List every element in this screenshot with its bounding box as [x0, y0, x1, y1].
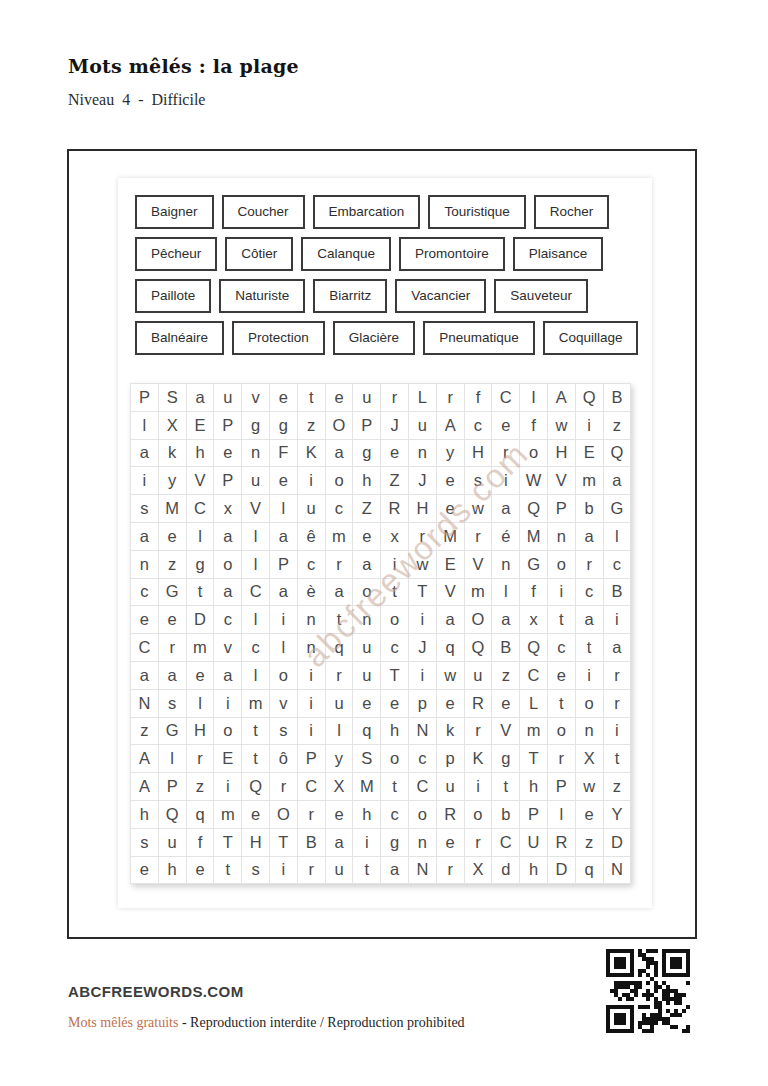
grid-cell: R [437, 801, 464, 828]
grid-cell: J [409, 634, 436, 661]
grid-cell: f [465, 384, 492, 411]
grid-cell: H [187, 718, 214, 745]
grid-cell: o [381, 606, 408, 633]
grid-cell: l [326, 718, 353, 745]
grid-cell: a [326, 440, 353, 467]
grid-cell: z [492, 662, 519, 689]
grid-cell: m [242, 690, 269, 717]
grid-cell: G [520, 551, 547, 578]
grid-cell: P [214, 467, 241, 494]
grid-cell: h [520, 773, 547, 800]
grid-cell: g [353, 440, 380, 467]
word-chip: Calanque [301, 237, 391, 271]
grid-cell: U [520, 829, 547, 856]
grid-cell: a [437, 606, 464, 633]
letter-grid: PSauveteurLrfCIAQBlXEPggzOPJuAcefwizakhe… [130, 383, 631, 884]
grid-cell: l [270, 634, 297, 661]
tagline: Mots mêlés gratuits [68, 1015, 178, 1030]
grid-cell: e [326, 384, 353, 411]
grid-cell: c [465, 412, 492, 439]
grid-cell: P [270, 551, 297, 578]
grid-cell: H [409, 495, 436, 522]
grid-cell: c [381, 634, 408, 661]
grid-cell: q [187, 801, 214, 828]
grid-cell: n [409, 829, 436, 856]
grid-cell: r [548, 745, 575, 772]
word-list: BaignerCoucherEmbarcationTouristiqueRoch… [135, 195, 675, 363]
grid-cell: c [381, 801, 408, 828]
grid-cell: s [242, 857, 269, 884]
grid-cell: v [270, 690, 297, 717]
grid-cell: i [409, 662, 436, 689]
grid-cell: h [381, 718, 408, 745]
grid-cell: e [131, 857, 158, 884]
word-chip: Vacancier [395, 279, 486, 313]
grid-cell: r [159, 634, 186, 661]
difficulty-level: Niveau 4 - Difficile [68, 91, 205, 109]
grid-cell: u [326, 690, 353, 717]
grid-cell: l [270, 495, 297, 522]
grid-cell: z [131, 718, 158, 745]
grid-cell: h [353, 467, 380, 494]
grid-cell: n [548, 523, 575, 550]
grid-cell: F [270, 440, 297, 467]
grid-cell: r [604, 690, 631, 717]
grid-cell: A [131, 773, 158, 800]
grid-cell: m [576, 467, 603, 494]
grid-cell: G [604, 495, 631, 522]
grid-cell: t [298, 384, 325, 411]
grid-cell: B [298, 829, 325, 856]
grid-cell: t [326, 606, 353, 633]
grid-cell: o [326, 467, 353, 494]
grid-cell: l [492, 579, 519, 606]
grid-cell: a [353, 551, 380, 578]
grid-cell: t [187, 579, 214, 606]
grid-cell: E [187, 412, 214, 439]
grid-cell: w [437, 662, 464, 689]
grid-cell: E [437, 551, 464, 578]
word-chip: Rocher [534, 195, 610, 229]
grid-cell: e [270, 467, 297, 494]
grid-cell: n [242, 440, 269, 467]
grid-cell: y [437, 440, 464, 467]
grid-cell: h [353, 801, 380, 828]
grid-cell: Z [353, 495, 380, 522]
grid-cell: a [214, 579, 241, 606]
grid-cell: T [270, 829, 297, 856]
grid-cell: z [298, 412, 325, 439]
grid-cell: P [548, 773, 575, 800]
grid-cell: a [131, 523, 158, 550]
grid-cell: u [353, 634, 380, 661]
grid-cell: t [214, 857, 241, 884]
grid-cell: r [298, 857, 325, 884]
grid-cell: c [604, 551, 631, 578]
grid-cell: K [298, 440, 325, 467]
grid-cell: a [492, 606, 519, 633]
grid-cell: C [520, 662, 547, 689]
grid-cell: A [548, 384, 575, 411]
grid-cell: p [409, 690, 436, 717]
grid-cell: s [465, 467, 492, 494]
grid-cell: a [604, 467, 631, 494]
grid-cell: m [465, 579, 492, 606]
grid-cell: Q [465, 634, 492, 661]
grid-cell: t [242, 745, 269, 772]
grid-cell: I [520, 384, 547, 411]
grid-cell: a [131, 662, 158, 689]
word-chip: Embarcation [313, 195, 421, 229]
grid-cell: f [520, 579, 547, 606]
grid-cell: a [214, 662, 241, 689]
word-chip: Touristique [428, 195, 525, 229]
grid-cell: c [548, 634, 575, 661]
grid-cell: i [576, 412, 603, 439]
puzzle-frame: BaignerCoucherEmbarcationTouristiqueRoch… [67, 149, 697, 939]
word-chip: Côtier [225, 237, 293, 271]
qr-code [606, 949, 690, 1033]
grid-cell: b [576, 495, 603, 522]
grid-cell: t [604, 745, 631, 772]
grid-cell: t [381, 773, 408, 800]
grid-cell: a [576, 523, 603, 550]
grid-cell: h [187, 440, 214, 467]
grid-cell: K [465, 745, 492, 772]
grid-cell: S [159, 384, 186, 411]
grid-cell: Q [159, 801, 186, 828]
grid-cell: m [326, 523, 353, 550]
grid-cell: O [465, 606, 492, 633]
grid-cell: G [159, 579, 186, 606]
grid-cell: E [214, 745, 241, 772]
grid-cell: i [270, 606, 297, 633]
grid-cell: s [131, 829, 158, 856]
grid-cell: g [187, 551, 214, 578]
grid-cell: P [131, 384, 158, 411]
grid-cell: M [437, 523, 464, 550]
grid-cell: i [604, 606, 631, 633]
grid-cell: c [214, 606, 241, 633]
grid-cell: z [604, 412, 631, 439]
grid-cell: l [131, 412, 158, 439]
grid-cell: X [326, 773, 353, 800]
grid-cell: r [604, 662, 631, 689]
grid-cell: q [437, 634, 464, 661]
grid-cell: P [298, 745, 325, 772]
grid-cell: e [492, 412, 519, 439]
grid-cell: r [409, 523, 436, 550]
grid-cell: J [409, 467, 436, 494]
grid-cell: n [353, 606, 380, 633]
grid-cell: T [381, 662, 408, 689]
grid-cell: C [298, 773, 325, 800]
grid-cell: A [131, 745, 158, 772]
grid-cell: e [270, 384, 297, 411]
grid-cell: C [409, 773, 436, 800]
grid-cell: a [131, 440, 158, 467]
grid-cell: r [437, 857, 464, 884]
grid-cell: s [270, 718, 297, 745]
grid-cell: s [131, 495, 158, 522]
grid-cell: r [492, 440, 519, 467]
page-title: Mots mêlés : la plage [68, 55, 299, 77]
grid-cell: e [353, 523, 380, 550]
grid-cell: t [353, 857, 380, 884]
grid-cell: e [131, 606, 158, 633]
grid-cell: P [353, 412, 380, 439]
grid-cell: n [298, 634, 325, 661]
grid-cell: c [326, 495, 353, 522]
word-row: BaignerCoucherEmbarcationTouristiqueRoch… [135, 195, 675, 229]
site-brand: ABCFREEWORDS.COM [68, 983, 244, 1000]
grid-cell: T [214, 829, 241, 856]
grid-cell: M [520, 523, 547, 550]
grid-cell: i [409, 606, 436, 633]
grid-cell: l [242, 523, 269, 550]
grid-cell: a [214, 523, 241, 550]
grid-cell: N [131, 690, 158, 717]
grid-cell: Y [604, 801, 631, 828]
word-chip: Coucher [222, 195, 305, 229]
grid-cell: r [326, 662, 353, 689]
grid-cell: b [492, 801, 519, 828]
grid-cell: t [242, 718, 269, 745]
grid-cell: i [492, 467, 519, 494]
grid-cell: H [548, 440, 575, 467]
grid-cell: w [548, 412, 575, 439]
grid-cell: ô [270, 745, 297, 772]
grid-cell: g [381, 829, 408, 856]
grid-cell: n [492, 551, 519, 578]
grid-cell: Z [381, 467, 408, 494]
grid-cell: a [270, 579, 297, 606]
grid-cell: z [187, 773, 214, 800]
grid-cell: e [437, 690, 464, 717]
grid-cell: g [270, 412, 297, 439]
grid-cell: u [465, 662, 492, 689]
grid-cell: o [353, 579, 380, 606]
grid-cell: B [604, 384, 631, 411]
grid-cell: D [187, 606, 214, 633]
grid-cell: i [604, 718, 631, 745]
grid-cell: e [381, 440, 408, 467]
grid-cell: e [437, 829, 464, 856]
grid-cell: i [381, 551, 408, 578]
grid-cell: C [242, 579, 269, 606]
grid-cell: a [187, 384, 214, 411]
grid-cell: e [492, 690, 519, 717]
word-chip: Sauveteur [494, 279, 588, 313]
grid-cell: z [159, 551, 186, 578]
grid-cell: a [576, 606, 603, 633]
grid-cell: R [381, 495, 408, 522]
grid-cell: o [576, 690, 603, 717]
puzzle-page: { "game": "word-search (mots mêlés)", "t… [0, 0, 768, 1086]
grid-cell: e [187, 857, 214, 884]
grid-cell: P [520, 801, 547, 828]
grid-cell: u [437, 773, 464, 800]
grid-cell: Q [576, 384, 603, 411]
grid-cell: R [465, 690, 492, 717]
grid-cell: q [353, 718, 380, 745]
grid-cell: e [159, 523, 186, 550]
grid-cell: z [604, 773, 631, 800]
grid-cell: M [353, 773, 380, 800]
grid-cell: X [576, 745, 603, 772]
grid-cell: a [159, 662, 186, 689]
grid-cell: i [298, 718, 325, 745]
grid-cell: a [326, 579, 353, 606]
grid-cell: i [465, 773, 492, 800]
grid-cell: i [131, 467, 158, 494]
grid-cell: l [242, 662, 269, 689]
grid-cell: l [159, 745, 186, 772]
grid-cell: l [187, 690, 214, 717]
grid-cell: w [409, 551, 436, 578]
grid-cell: L [520, 690, 547, 717]
grid-cell: h [520, 857, 547, 884]
grid-cell: Q [242, 773, 269, 800]
grid-cell: t [548, 606, 575, 633]
word-chip: Naturiste [219, 279, 305, 313]
word-chip: Balnéaire [135, 321, 224, 355]
grid-cell: x [520, 606, 547, 633]
grid-cell: d [492, 857, 519, 884]
grid-cell: a [381, 857, 408, 884]
grid-cell: A [437, 412, 464, 439]
grid-cell: i [298, 467, 325, 494]
grid-cell: g [492, 745, 519, 772]
grid-cell: é [492, 523, 519, 550]
grid-cell: p [437, 745, 464, 772]
word-chip: Paillote [135, 279, 211, 313]
grid-cell: J [381, 412, 408, 439]
grid-cell: V [437, 579, 464, 606]
grid-cell: c [576, 579, 603, 606]
grid-cell: O [270, 801, 297, 828]
grid-cell: n [298, 606, 325, 633]
grid-cell: u [353, 384, 380, 411]
grid-cell: u [159, 829, 186, 856]
grid-cell: q [576, 857, 603, 884]
word-chip: Baigner [135, 195, 214, 229]
grid-cell: N [604, 857, 631, 884]
grid-cell: Q [604, 440, 631, 467]
grid-cell: o [270, 662, 297, 689]
grid-cell: l [242, 551, 269, 578]
grid-cell: z [576, 829, 603, 856]
grid-cell: i [576, 662, 603, 689]
grid-cell: V [187, 467, 214, 494]
grid-cell: ê [298, 523, 325, 550]
grid-cell: v [214, 634, 241, 661]
grid-cell: n [576, 718, 603, 745]
grid-cell: u [214, 384, 241, 411]
grid-cell: O [326, 412, 353, 439]
grid-cell: r [381, 384, 408, 411]
grid-cell: o [548, 551, 575, 578]
grid-cell: P [548, 495, 575, 522]
grid-cell: r [270, 773, 297, 800]
grid-cell: i [353, 829, 380, 856]
grid-cell: o [214, 551, 241, 578]
grid-cell: k [159, 440, 186, 467]
grid-cell: m [214, 801, 241, 828]
grid-cell: E [576, 440, 603, 467]
grid-cell: o [214, 718, 241, 745]
grid-cell: r [465, 523, 492, 550]
grid-cell: y [326, 745, 353, 772]
word-row: PêcheurCôtierCalanquePromontoirePlaisanc… [135, 237, 675, 271]
grid-cell: e [159, 606, 186, 633]
grid-cell: Q [520, 634, 547, 661]
grid-cell: o [520, 440, 547, 467]
grid-cell: H [242, 829, 269, 856]
word-chip: Plaisance [513, 237, 604, 271]
grid-cell: n [131, 551, 158, 578]
grid-cell: V [492, 718, 519, 745]
grid-cell: e [576, 801, 603, 828]
grid-cell: w [465, 495, 492, 522]
grid-cell: l [187, 523, 214, 550]
grid-cell: e [381, 690, 408, 717]
grid-cell: D [548, 857, 575, 884]
grid-cell: l [548, 801, 575, 828]
grid-cell: m [520, 718, 547, 745]
grid-cell: L [409, 384, 436, 411]
grid-cell: D [604, 829, 631, 856]
copyright-notice: - Reproduction interdite / Reproduction … [178, 1015, 464, 1030]
grid-cell: è [298, 579, 325, 606]
grid-cell: f [187, 829, 214, 856]
grid-cell: w [576, 773, 603, 800]
grid-cell: e [214, 440, 241, 467]
grid-cell: C [492, 829, 519, 856]
grid-cell: G [159, 718, 186, 745]
grid-cell: o [409, 801, 436, 828]
grid-cell: W [520, 467, 547, 494]
word-chip: Pneumatique [423, 321, 535, 355]
grid-cell: Q [520, 495, 547, 522]
grid-cell: S [353, 745, 380, 772]
grid-cell: r [437, 384, 464, 411]
word-chip: Glacière [333, 321, 415, 355]
grid-cell: x [381, 523, 408, 550]
grid-cell: a [492, 495, 519, 522]
word-chip: Protection [232, 321, 325, 355]
grid-cell: u [353, 662, 380, 689]
grid-cell: r [298, 801, 325, 828]
word-chip: Biarritz [313, 279, 387, 313]
grid-cell: M [159, 495, 186, 522]
grid-cell: C [492, 384, 519, 411]
grid-cell: h [131, 801, 158, 828]
grid-cell: a [270, 523, 297, 550]
grid-cell: i [298, 662, 325, 689]
grid-cell: V [242, 495, 269, 522]
grid-cell: e [242, 801, 269, 828]
grid-cell: v [242, 384, 269, 411]
grid-cell: u [409, 412, 436, 439]
grid-cell: T [520, 745, 547, 772]
grid-cell: k [437, 718, 464, 745]
grid-cell: o [381, 745, 408, 772]
grid-cell: V [548, 467, 575, 494]
grid-cell: q [326, 634, 353, 661]
grid-cell: u [326, 857, 353, 884]
word-chip: Pêcheur [135, 237, 217, 271]
